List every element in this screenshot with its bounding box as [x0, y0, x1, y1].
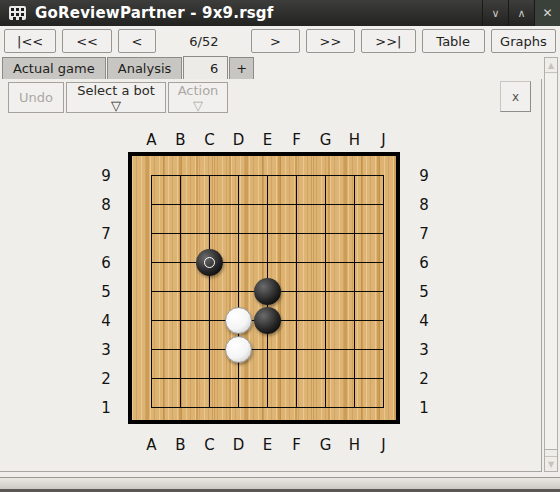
back-10-moves-button[interactable]: << [62, 29, 111, 53]
tab-variation-6[interactable]: 6 [183, 56, 228, 79]
select-bot-button[interactable]: Select a bot ▽ [66, 82, 166, 113]
coord-label-F: F [282, 435, 311, 455]
navigation-toolbar: |<< << < 6/52 > >> >>| Table Graphs [0, 26, 560, 56]
coord-label-6: 6 [94, 248, 118, 277]
close-tab-button[interactable]: x [500, 81, 531, 112]
coord-label-4: 4 [412, 306, 436, 335]
coord-label-8: 8 [94, 190, 118, 219]
coord-label-B: B [166, 130, 195, 150]
coord-label-1: 1 [412, 393, 436, 422]
coord-label-D: D [224, 130, 253, 150]
back-one-move-button[interactable]: < [118, 29, 157, 53]
tab-add-new[interactable]: + [229, 57, 254, 79]
coord-label-1: 1 [94, 393, 118, 422]
white-stone-D3 [225, 336, 252, 363]
maximize-button[interactable]: ∧ [508, 0, 534, 26]
coord-label-F: F [282, 130, 311, 150]
scroll-up-icon[interactable]: ▲ [545, 58, 557, 73]
coord-label-2: 2 [412, 364, 436, 393]
coord-label-5: 5 [412, 277, 436, 306]
white-stone-D4 [225, 307, 252, 334]
window-controls: ∨ ∧ ✕ [482, 0, 560, 26]
row-labels-left: 987654321 [94, 161, 118, 422]
coord-label-G: G [311, 435, 340, 455]
coord-label-5: 5 [94, 277, 118, 306]
coord-label-E: E [253, 435, 282, 455]
coord-label-A: A [137, 435, 166, 455]
coord-label-3: 3 [412, 335, 436, 364]
coord-label-J: J [369, 435, 398, 455]
forward-10-moves-button[interactable]: >> [306, 29, 355, 53]
minimize-button[interactable]: ∨ [482, 0, 508, 26]
coord-label-J: J [369, 130, 398, 150]
tab-bar: Actual game Analysis 6 + [0, 56, 544, 79]
coord-label-B: B [166, 435, 195, 455]
stones-layer [137, 161, 398, 422]
coord-label-3: 3 [94, 335, 118, 364]
status-bar [0, 477, 560, 489]
coord-label-D: D [224, 435, 253, 455]
coord-label-G: G [311, 130, 340, 150]
coord-label-2: 2 [94, 364, 118, 393]
tab-actual-game[interactable]: Actual game [2, 57, 106, 79]
coord-label-8: 8 [412, 190, 436, 219]
coord-label-7: 7 [94, 219, 118, 248]
table-button[interactable]: Table [422, 29, 485, 53]
graphs-button[interactable]: Graphs [491, 29, 556, 53]
column-labels-top: ABCDEFGHJ [137, 130, 398, 150]
coord-label-H: H [340, 435, 369, 455]
go-board[interactable] [128, 152, 400, 424]
vertical-scrollbar[interactable]: ▲ ▼ [544, 57, 558, 472]
variation-panel: Undo Select a bot ▽ Action ▽ x ABCDEFGHJ… [0, 79, 542, 472]
window-titlebar: GoReviewPartner - 9x9.rsgf ∨ ∧ ✕ [0, 0, 560, 26]
app-icon [9, 6, 26, 20]
window-title: GoReviewPartner - 9x9.rsgf [35, 4, 274, 22]
black-stone-E4 [254, 307, 281, 334]
last-move-marker [204, 257, 215, 268]
coord-label-A: A [137, 130, 166, 150]
coord-label-C: C [195, 435, 224, 455]
scrollbar-thumb[interactable] [545, 74, 557, 450]
coord-label-6: 6 [412, 248, 436, 277]
coord-label-9: 9 [94, 161, 118, 190]
last-move-button[interactable]: >>| [361, 29, 415, 53]
forward-one-move-button[interactable]: > [251, 29, 299, 53]
coord-label-4: 4 [94, 306, 118, 335]
app-window: GoReviewPartner - 9x9.rsgf ∨ ∧ ✕ |<< << … [0, 0, 560, 492]
row-labels-right: 987654321 [412, 161, 436, 422]
coord-label-7: 7 [412, 219, 436, 248]
action-button[interactable]: Action ▽ [168, 82, 228, 113]
undo-button[interactable]: Undo [8, 82, 64, 113]
scroll-down-icon[interactable]: ▼ [545, 456, 557, 471]
coord-label-9: 9 [412, 161, 436, 190]
move-counter: 6/52 [162, 34, 245, 49]
coord-label-H: H [340, 130, 369, 150]
tab-analysis[interactable]: Analysis [107, 57, 183, 79]
black-stone-E5 [254, 278, 281, 305]
column-labels-bottom: ABCDEFGHJ [137, 435, 398, 455]
coord-label-E: E [253, 130, 282, 150]
first-move-button[interactable]: |<< [4, 29, 56, 53]
coord-label-C: C [195, 130, 224, 150]
black-stone-C6 [196, 249, 223, 276]
window-close-button[interactable]: ✕ [534, 0, 560, 26]
